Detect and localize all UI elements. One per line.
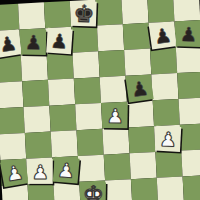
square-h4[interactable] [179,98,200,125]
square-b1[interactable] [28,183,55,200]
square-f2[interactable] [130,152,157,179]
piece-tile: ♟ [0,158,28,187]
piece-tile: ♟ [20,29,45,54]
square-h8[interactable] [173,0,200,21]
square-g8[interactable] [147,0,174,23]
piece-black-pawn-g7[interactable]: ♟ [149,21,176,48]
square-d3[interactable] [77,129,104,156]
square-e1[interactable] [105,179,132,200]
square-c4[interactable] [49,104,76,131]
square-h1[interactable] [183,175,200,200]
piece-black-pawn-f5[interactable]: ♟ [125,74,152,101]
square-c6[interactable] [47,53,74,80]
piece-tile: ♟ [155,125,181,151]
square-d7[interactable] [71,25,98,52]
white-pawn-icon: ♟ [106,103,124,128]
piece-tile: ♟ [175,21,200,47]
square-e7[interactable] [97,24,124,51]
square-g6[interactable] [150,47,177,74]
square-g1[interactable] [157,176,184,200]
square-d2[interactable] [78,155,105,182]
piece-tile: ♟ [148,21,176,49]
piece-white-pawn-a2[interactable]: ♟ [0,159,27,186]
square-e6[interactable] [98,50,125,77]
square-f7[interactable] [123,23,150,50]
piece-black-pawn-h7[interactable]: ♟ [174,20,200,47]
square-a4[interactable] [0,107,25,134]
square-d4[interactable] [75,103,102,130]
black-pawn-icon: ♟ [0,29,18,56]
piece-black-pawn-b7[interactable]: ♟ [19,28,46,55]
white-pawn-icon: ♟ [56,156,76,182]
square-b8[interactable] [18,2,45,29]
square-c5[interactable] [48,79,75,106]
square-e3[interactable] [102,127,129,154]
white-king-icon: ♚ [82,182,104,200]
black-pawn-icon: ♟ [49,27,68,53]
piece-tile: ♟ [46,27,73,54]
square-b6[interactable] [21,54,48,81]
square-d5[interactable] [74,77,101,104]
square-c8[interactable] [44,1,71,28]
piece-white-pawn-e4[interactable]: ♟ [101,102,128,129]
black-pawn-icon: ♟ [179,21,197,46]
square-f3[interactable] [128,126,155,153]
square-b4[interactable] [23,106,50,133]
piece-white-pawn-b2[interactable]: ♟ [26,157,53,184]
piece-tile: ♟ [125,74,153,102]
square-h2[interactable] [181,149,200,176]
white-pawn-icon: ♟ [31,159,49,184]
square-e2[interactable] [104,153,131,180]
piece-tile: ♟ [0,29,21,57]
square-f8[interactable] [121,0,148,24]
piece-tile: ♟ [52,156,79,183]
square-c1[interactable] [53,182,80,200]
piece-tile: ♟ [27,159,52,184]
black-king-icon: ♚ [72,0,94,26]
piece-white-pawn-c2[interactable]: ♟ [52,156,79,183]
black-pawn-icon: ♟ [24,29,42,54]
piece-white-pawn-g3[interactable]: ♟ [154,125,181,152]
square-g4[interactable] [153,99,180,126]
square-h3[interactable] [180,123,200,150]
white-pawn-icon: ♟ [158,126,177,152]
square-h5[interactable] [177,72,200,99]
square-a6[interactable] [0,55,22,82]
square-a8[interactable] [0,4,19,31]
square-g2[interactable] [155,151,182,178]
piece-black-pawn-a7[interactable]: ♟ [0,30,21,57]
piece-tile: ♚ [70,0,96,26]
piece-tile: ♚ [80,181,105,200]
square-c3[interactable] [51,130,78,157]
piece-tile: ♟ [102,103,127,128]
square-f4[interactable] [127,100,154,127]
square-f6[interactable] [124,49,151,76]
square-f1[interactable] [131,178,158,200]
square-e8[interactable] [96,0,123,25]
black-pawn-icon: ♟ [129,75,150,102]
black-pawn-icon: ♟ [152,21,173,48]
white-pawn-icon: ♟ [3,159,25,187]
square-a3[interactable] [0,133,26,160]
square-b5[interactable] [22,80,49,107]
square-a5[interactable] [0,81,23,108]
square-d6[interactable] [72,51,99,78]
chessboard-canvas: ♚♟♟♟♟♟♟♟♟♟♟♟♚ [0,0,200,200]
square-b3[interactable] [25,132,52,159]
square-e5[interactable] [100,76,127,103]
square-g5[interactable] [151,73,178,100]
piece-black-king-d8[interactable]: ♚ [70,0,97,27]
piece-white-king-d1[interactable]: ♚ [79,181,106,200]
square-h6[interactable] [176,46,200,73]
piece-black-pawn-c7[interactable]: ♟ [45,27,72,54]
